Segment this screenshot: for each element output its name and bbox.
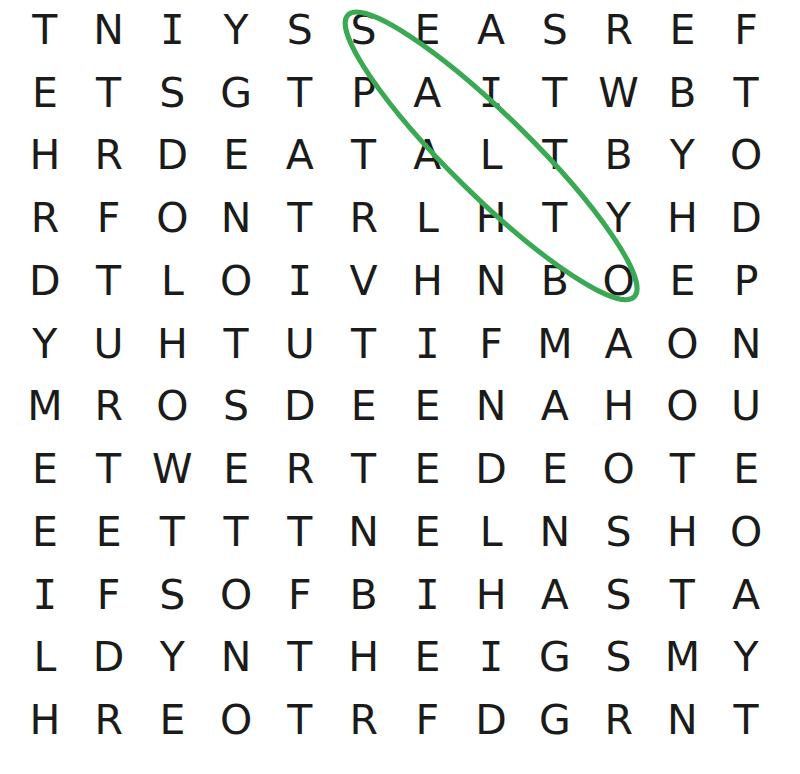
grid-letter: T [96, 73, 121, 114]
grid-letter: T [734, 73, 759, 114]
grid-letter: O [220, 700, 252, 741]
grid-letter: U [731, 386, 761, 427]
grid-cell[interactable]: Y [651, 125, 715, 188]
grid-letter: O [156, 198, 188, 239]
grid-cell[interactable]: R [77, 689, 141, 752]
grid-letter: T [351, 135, 376, 176]
grid-letter: R [94, 386, 123, 427]
grid-cell[interactable]: Y [587, 187, 651, 250]
grid-cell[interactable]: G [523, 627, 587, 690]
grid-cell[interactable]: R [587, 689, 651, 752]
grid-letter: H [667, 512, 698, 553]
grid-letter: O [730, 135, 762, 176]
grid-cell[interactable]: E [396, 0, 460, 62]
grid-letter: N [93, 10, 124, 51]
grid-cell[interactable]: Y [141, 627, 205, 690]
grid-letter: O [730, 512, 762, 553]
grid-cell[interactable]: S [332, 0, 396, 62]
grid-letter: W [152, 449, 193, 490]
grid-letter: Y [734, 637, 759, 678]
grid-letter: E [96, 512, 122, 553]
grid-letter: O [666, 386, 698, 427]
word-search-grid: TNIYSSEASREFETSGTPAITWBTHRDEATALTBYORFON… [13, 0, 778, 752]
grid-cell[interactable]: S [587, 501, 651, 564]
grid-cell[interactable]: E [204, 125, 268, 188]
grid-cell[interactable]: F [714, 0, 778, 62]
grid-cell[interactable]: H [459, 187, 523, 250]
grid-letter: H [603, 386, 634, 427]
grid-letter: L [161, 261, 184, 302]
grid-cell[interactable]: R [13, 187, 77, 250]
grid-letter: E [669, 10, 695, 51]
grid-letter: T [32, 10, 57, 51]
grid-cell[interactable]: F [77, 564, 141, 627]
grid-cell[interactable]: Y [714, 627, 778, 690]
grid-letter: H [29, 135, 60, 176]
grid-letter: R [286, 449, 315, 490]
grid-letter: L [480, 512, 503, 553]
grid-letter: E [414, 449, 440, 490]
grid-cell[interactable]: Y [204, 0, 268, 62]
grid-cell[interactable]: E [13, 62, 77, 125]
grid-cell[interactable]: O [141, 187, 205, 250]
grid-cell[interactable]: D [459, 438, 523, 501]
grid-cell[interactable]: B [332, 564, 396, 627]
grid-cell[interactable]: I [396, 313, 460, 376]
grid-letter: H [667, 198, 698, 239]
grid-cell[interactable]: S [141, 564, 205, 627]
grid-letter: H [348, 637, 379, 678]
grid-cell[interactable]: T [77, 250, 141, 313]
grid-letter: S [606, 575, 632, 616]
grid-cell[interactable]: T [523, 125, 587, 188]
grid-cell[interactable]: L [13, 627, 77, 690]
grid-letter: B [605, 135, 633, 176]
grid-letter: T [542, 73, 567, 114]
grid-cell[interactable]: N [77, 0, 141, 62]
grid-cell[interactable]: O [651, 376, 715, 439]
grid-cell[interactable]: D [77, 627, 141, 690]
grid-letter: E [159, 700, 185, 741]
grid-cell[interactable]: S [587, 564, 651, 627]
grid-letter: E [351, 386, 377, 427]
grid-cell[interactable]: T [77, 62, 141, 125]
grid-cell[interactable]: T [204, 313, 268, 376]
grid-letter: T [287, 700, 312, 741]
grid-cell[interactable]: T [268, 187, 332, 250]
grid-letter: E [32, 73, 58, 114]
grid-cell[interactable]: T [268, 627, 332, 690]
grid-cell[interactable]: T [268, 62, 332, 125]
grid-letter: R [31, 198, 60, 239]
grid-cell[interactable]: T [268, 501, 332, 564]
grid-cell[interactable]: E [651, 250, 715, 313]
grid-letter: H [412, 261, 443, 302]
grid-cell[interactable]: A [523, 564, 587, 627]
grid-letter: G [220, 73, 252, 114]
grid-letter: E [669, 261, 695, 302]
grid-cell[interactable]: F [77, 187, 141, 250]
grid-cell[interactable]: O [714, 125, 778, 188]
grid-cell[interactable]: T [651, 564, 715, 627]
grid-letter: T [351, 449, 376, 490]
grid-letter: T [542, 135, 567, 176]
grid-letter: V [350, 261, 378, 302]
grid-cell[interactable]: U [714, 376, 778, 439]
grid-letter: F [734, 10, 758, 51]
grid-letter: T [287, 73, 312, 114]
grid-cell[interactable]: N [459, 376, 523, 439]
grid-letter: S [223, 386, 249, 427]
grid-letter: O [220, 261, 252, 302]
grid-letter: S [606, 512, 632, 553]
grid-letter: O [602, 449, 634, 490]
grid-cell[interactable]: E [13, 438, 77, 501]
grid-cell[interactable]: O [587, 250, 651, 313]
grid-cell[interactable]: M [13, 376, 77, 439]
grid-letter: A [413, 73, 441, 114]
grid-cell[interactable]: A [396, 125, 460, 188]
grid-cell[interactable]: S [204, 376, 268, 439]
grid-letter: S [159, 575, 185, 616]
grid-cell[interactable]: R [268, 438, 332, 501]
grid-cell[interactable]: T [332, 438, 396, 501]
grid-cell[interactable]: I [13, 564, 77, 627]
grid-letter: G [539, 700, 571, 741]
grid-cell[interactable]: O [141, 376, 205, 439]
grid-letter: O [156, 386, 188, 427]
grid-cell[interactable]: E [396, 627, 460, 690]
grid-cell[interactable]: I [396, 564, 460, 627]
grid-cell[interactable]: H [13, 125, 77, 188]
grid-letter: T [542, 198, 567, 239]
grid-cell[interactable]: E [651, 0, 715, 62]
grid-cell[interactable]: F [396, 689, 460, 752]
grid-cell[interactable]: R [587, 0, 651, 62]
grid-letter: D [284, 386, 316, 427]
grid-letter: E [223, 135, 249, 176]
grid-cell[interactable]: B [587, 125, 651, 188]
grid-cell[interactable]: T [141, 501, 205, 564]
grid-cell[interactable]: L [459, 501, 523, 564]
grid-cell[interactable]: M [523, 313, 587, 376]
grid-cell[interactable]: I [268, 250, 332, 313]
grid-letter: E [414, 10, 440, 51]
grid-cell[interactable]: D [141, 125, 205, 188]
grid-letter: H [476, 198, 507, 239]
grid-letter: A [286, 135, 314, 176]
grid-cell[interactable]: E [141, 689, 205, 752]
grid-letter: E [414, 512, 440, 553]
grid-cell[interactable]: S [587, 627, 651, 690]
grid-cell[interactable]: U [77, 313, 141, 376]
grid-cell[interactable]: A [268, 125, 332, 188]
grid-cell[interactable]: I [459, 62, 523, 125]
grid-cell[interactable]: T [268, 689, 332, 752]
grid-letter: S [351, 10, 377, 51]
grid-letter: O [666, 324, 698, 365]
grid-letter: F [97, 198, 121, 239]
grid-letter: L [416, 198, 439, 239]
grid-cell[interactable]: N [204, 187, 268, 250]
grid-letter: N [540, 512, 571, 553]
grid-letter: Y [606, 198, 631, 239]
grid-letter: D [157, 135, 189, 176]
grid-cell[interactable]: W [141, 438, 205, 501]
grid-cell[interactable]: I [459, 627, 523, 690]
grid-cell[interactable]: F [268, 564, 332, 627]
grid-cell[interactable]: I [141, 0, 205, 62]
grid-letter: L [33, 637, 56, 678]
grid-cell[interactable]: A [523, 376, 587, 439]
grid-cell[interactable]: L [141, 250, 205, 313]
grid-letter: N [731, 324, 762, 365]
grid-cell[interactable]: E [13, 501, 77, 564]
grid-cell[interactable]: H [459, 564, 523, 627]
grid-cell[interactable]: E [396, 501, 460, 564]
grid-letter: D [29, 261, 61, 302]
grid-cell[interactable]: U [268, 313, 332, 376]
grid-cell[interactable]: A [714, 564, 778, 627]
grid-letter: B [350, 575, 378, 616]
grid-letter: N [476, 261, 507, 302]
grid-cell[interactable]: F [459, 313, 523, 376]
grid-letter: N [348, 512, 379, 553]
grid-cell[interactable]: T [651, 438, 715, 501]
grid-cell[interactable]: S [141, 62, 205, 125]
grid-letter: L [480, 135, 503, 176]
grid-letter: E [542, 449, 568, 490]
grid-letter: P [734, 261, 759, 302]
grid-cell[interactable]: E [523, 438, 587, 501]
grid-cell[interactable]: T [77, 438, 141, 501]
grid-letter: B [541, 261, 569, 302]
grid-cell[interactable]: S [523, 0, 587, 62]
grid-cell[interactable]: M [651, 627, 715, 690]
grid-cell[interactable]: N [714, 313, 778, 376]
grid-letter: W [598, 73, 639, 114]
grid-letter: R [604, 10, 633, 51]
grid-letter: Y [160, 637, 185, 678]
grid-letter: I [479, 73, 504, 114]
grid-cell[interactable]: L [396, 187, 460, 250]
grid-letter: E [32, 449, 58, 490]
grid-letter: N [476, 386, 507, 427]
grid-letter: P [351, 73, 376, 114]
grid-cell[interactable]: B [523, 250, 587, 313]
grid-letter: Y [224, 10, 249, 51]
grid-letter: M [27, 386, 62, 427]
grid-letter: I [288, 261, 313, 302]
grid-cell[interactable]: H [141, 313, 205, 376]
grid-letter: T [224, 512, 249, 553]
grid-letter: U [285, 324, 315, 365]
grid-letter: E [733, 449, 759, 490]
grid-cell[interactable]: T [523, 187, 587, 250]
grid-cell[interactable]: G [204, 62, 268, 125]
grid-cell[interactable]: N [651, 689, 715, 752]
grid-cell[interactable]: R [77, 125, 141, 188]
grid-letter: O [220, 575, 252, 616]
grid-cell[interactable]: O [204, 564, 268, 627]
grid-letter: I [160, 10, 185, 51]
grid-cell[interactable]: O [204, 250, 268, 313]
grid-cell[interactable]: H [13, 689, 77, 752]
word-search-board: TNIYSSEASREFETSGTPAITWBTHRDEATALTBYORFON… [0, 0, 800, 774]
grid-letter: E [414, 386, 440, 427]
grid-letter: Y [670, 135, 695, 176]
grid-letter: U [94, 324, 124, 365]
grid-cell[interactable]: E [396, 376, 460, 439]
grid-cell[interactable]: P [332, 62, 396, 125]
grid-letter: A [541, 575, 569, 616]
grid-letter: T [351, 324, 376, 365]
grid-cell[interactable]: T [204, 501, 268, 564]
grid-cell[interactable]: T [332, 313, 396, 376]
grid-cell[interactable]: R [77, 376, 141, 439]
grid-letter: F [97, 575, 121, 616]
grid-cell[interactable]: T [13, 0, 77, 62]
grid-letter: R [94, 135, 123, 176]
grid-letter: S [542, 10, 568, 51]
grid-letter: A [477, 10, 505, 51]
grid-letter: A [605, 324, 633, 365]
grid-cell[interactable]: E [332, 376, 396, 439]
grid-letter: N [221, 198, 252, 239]
grid-cell[interactable]: N [332, 501, 396, 564]
grid-cell[interactable]: A [587, 313, 651, 376]
grid-letter: R [94, 700, 123, 741]
grid-letter: M [537, 324, 572, 365]
grid-letter: F [416, 700, 440, 741]
grid-letter: D [730, 198, 762, 239]
grid-cell[interactable]: H [332, 627, 396, 690]
grid-letter: R [349, 700, 378, 741]
grid-letter: F [288, 575, 312, 616]
grid-cell[interactable]: R [332, 689, 396, 752]
grid-letter: Y [32, 324, 57, 365]
grid-cell[interactable]: S [268, 0, 332, 62]
grid-letter: T [287, 512, 312, 553]
grid-cell[interactable]: E [396, 438, 460, 501]
grid-letter: I [415, 575, 440, 616]
grid-cell[interactable]: H [651, 187, 715, 250]
grid-letter: T [96, 449, 121, 490]
grid-cell[interactable]: H [396, 250, 460, 313]
grid-letter: H [29, 700, 60, 741]
grid-cell[interactable]: E [714, 438, 778, 501]
grid-letter: T [670, 449, 695, 490]
grid-cell[interactable]: B [651, 62, 715, 125]
grid-letter: S [287, 10, 313, 51]
grid-cell[interactable]: T [332, 125, 396, 188]
grid-letter: E [32, 512, 58, 553]
grid-cell[interactable]: T [714, 62, 778, 125]
grid-cell[interactable]: D [459, 689, 523, 752]
grid-letter: B [668, 73, 696, 114]
grid-cell[interactable]: O [651, 313, 715, 376]
grid-cell[interactable]: D [714, 187, 778, 250]
grid-letter: T [160, 512, 185, 553]
grid-cell[interactable]: P [714, 250, 778, 313]
grid-letter: A [413, 135, 441, 176]
grid-letter: A [541, 386, 569, 427]
grid-cell[interactable]: D [13, 250, 77, 313]
grid-letter: T [287, 637, 312, 678]
grid-cell[interactable]: V [332, 250, 396, 313]
grid-letter: F [479, 324, 503, 365]
grid-letter: D [475, 449, 507, 490]
grid-letter: E [223, 449, 249, 490]
grid-cell[interactable]: L [459, 125, 523, 188]
grid-letter: G [539, 637, 571, 678]
grid-cell[interactable]: N [523, 501, 587, 564]
grid-letter: R [349, 198, 378, 239]
grid-cell[interactable]: O [204, 689, 268, 752]
grid-letter: I [33, 575, 58, 616]
grid-letter: S [159, 73, 185, 114]
grid-letter: D [475, 700, 507, 741]
grid-cell[interactable]: H [651, 501, 715, 564]
grid-cell[interactable]: E [77, 501, 141, 564]
grid-cell[interactable]: Y [13, 313, 77, 376]
grid-letter: T [96, 261, 121, 302]
grid-letter: M [665, 637, 700, 678]
grid-letter: T [287, 198, 312, 239]
grid-letter: I [479, 637, 504, 678]
grid-cell[interactable]: E [204, 438, 268, 501]
grid-letter: S [606, 637, 632, 678]
grid-cell[interactable]: O [714, 501, 778, 564]
grid-letter: N [667, 700, 698, 741]
grid-cell[interactable]: O [587, 438, 651, 501]
grid-cell[interactable]: H [587, 376, 651, 439]
grid-letter: T [734, 700, 759, 741]
grid-cell[interactable]: N [204, 627, 268, 690]
grid-cell[interactable]: A [459, 0, 523, 62]
grid-letter: H [476, 575, 507, 616]
grid-cell[interactable]: W [587, 62, 651, 125]
grid-letter: N [221, 637, 252, 678]
grid-letter: R [604, 700, 633, 741]
grid-letter: I [415, 324, 440, 365]
grid-cell[interactable]: D [268, 376, 332, 439]
grid-letter: H [157, 324, 188, 365]
grid-cell[interactable]: T [523, 62, 587, 125]
grid-cell[interactable]: T [714, 689, 778, 752]
grid-cell[interactable]: R [332, 187, 396, 250]
grid-letter: A [732, 575, 760, 616]
grid-letter: D [93, 637, 125, 678]
grid-cell[interactable]: G [523, 689, 587, 752]
grid-letter: T [224, 324, 249, 365]
grid-cell[interactable]: N [459, 250, 523, 313]
grid-letter: O [602, 261, 634, 302]
grid-letter: T [670, 575, 695, 616]
grid-cell[interactable]: A [396, 62, 460, 125]
grid-letter: E [414, 637, 440, 678]
